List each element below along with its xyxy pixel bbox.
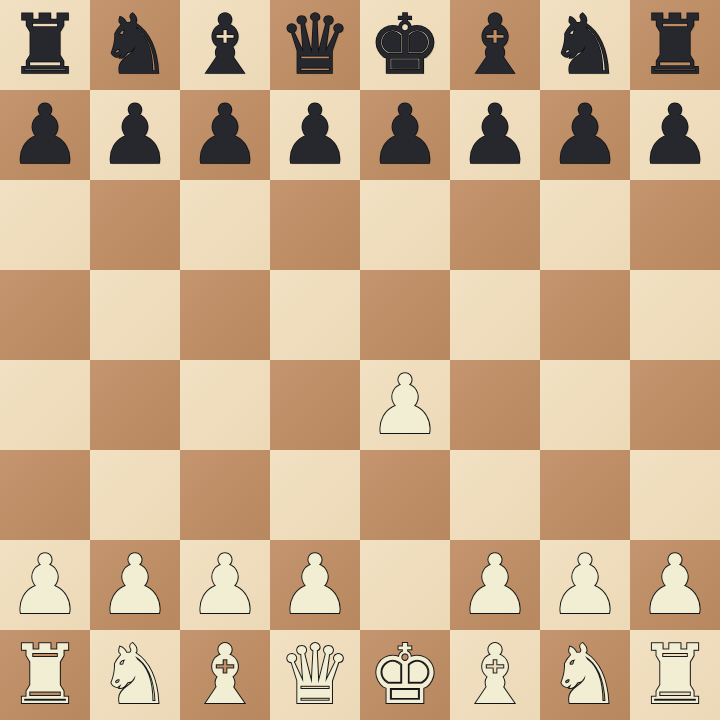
piece-white-pawn[interactable]: ♟ — [548, 540, 622, 630]
square-e1[interactable]: ♚ — [360, 630, 450, 720]
square-b6[interactable] — [90, 180, 180, 270]
square-h8[interactable]: ♜ — [630, 0, 720, 90]
piece-black-bishop[interactable]: ♝ — [188, 0, 262, 90]
square-f2[interactable]: ♟ — [450, 540, 540, 630]
square-e8[interactable]: ♚ — [360, 0, 450, 90]
square-f1[interactable]: ♝ — [450, 630, 540, 720]
piece-black-knight[interactable]: ♞ — [98, 0, 172, 90]
square-f7[interactable]: ♟ — [450, 90, 540, 180]
piece-black-pawn[interactable]: ♟ — [368, 90, 442, 180]
square-a7[interactable]: ♟ — [0, 90, 90, 180]
piece-white-pawn[interactable]: ♟ — [8, 540, 82, 630]
piece-white-knight[interactable]: ♞ — [548, 630, 622, 720]
square-g8[interactable]: ♞ — [540, 0, 630, 90]
piece-white-pawn[interactable]: ♟ — [638, 540, 712, 630]
piece-white-bishop[interactable]: ♝ — [458, 630, 532, 720]
square-d6[interactable] — [270, 180, 360, 270]
square-g7[interactable]: ♟ — [540, 90, 630, 180]
square-b2[interactable]: ♟ — [90, 540, 180, 630]
piece-white-rook[interactable]: ♜ — [8, 630, 82, 720]
square-a2[interactable]: ♟ — [0, 540, 90, 630]
piece-black-pawn[interactable]: ♟ — [638, 90, 712, 180]
square-e4[interactable]: ♟ — [360, 360, 450, 450]
square-d3[interactable] — [270, 450, 360, 540]
square-e7[interactable]: ♟ — [360, 90, 450, 180]
square-b8[interactable]: ♞ — [90, 0, 180, 90]
square-g4[interactable] — [540, 360, 630, 450]
square-e2[interactable] — [360, 540, 450, 630]
square-d1[interactable]: ♛ — [270, 630, 360, 720]
square-h4[interactable] — [630, 360, 720, 450]
square-b3[interactable] — [90, 450, 180, 540]
piece-white-pawn[interactable]: ♟ — [98, 540, 172, 630]
square-h7[interactable]: ♟ — [630, 90, 720, 180]
piece-black-knight[interactable]: ♞ — [548, 0, 622, 90]
square-b7[interactable]: ♟ — [90, 90, 180, 180]
piece-black-queen[interactable]: ♛ — [278, 0, 352, 90]
square-g6[interactable] — [540, 180, 630, 270]
piece-white-pawn[interactable]: ♟ — [278, 540, 352, 630]
square-a4[interactable] — [0, 360, 90, 450]
piece-white-pawn[interactable]: ♟ — [188, 540, 262, 630]
square-f3[interactable] — [450, 450, 540, 540]
square-d4[interactable] — [270, 360, 360, 450]
square-c5[interactable] — [180, 270, 270, 360]
square-e3[interactable] — [360, 450, 450, 540]
square-a5[interactable] — [0, 270, 90, 360]
piece-black-king[interactable]: ♚ — [368, 0, 442, 90]
piece-black-pawn[interactable]: ♟ — [278, 90, 352, 180]
square-f5[interactable] — [450, 270, 540, 360]
square-h3[interactable] — [630, 450, 720, 540]
piece-white-bishop[interactable]: ♝ — [188, 630, 262, 720]
square-c3[interactable] — [180, 450, 270, 540]
square-h5[interactable] — [630, 270, 720, 360]
square-b4[interactable] — [90, 360, 180, 450]
square-h2[interactable]: ♟ — [630, 540, 720, 630]
square-g2[interactable]: ♟ — [540, 540, 630, 630]
piece-white-pawn[interactable]: ♟ — [458, 540, 532, 630]
piece-white-knight[interactable]: ♞ — [98, 630, 172, 720]
piece-black-bishop[interactable]: ♝ — [458, 0, 532, 90]
square-e5[interactable] — [360, 270, 450, 360]
square-f8[interactable]: ♝ — [450, 0, 540, 90]
square-d7[interactable]: ♟ — [270, 90, 360, 180]
square-g5[interactable] — [540, 270, 630, 360]
square-b1[interactable]: ♞ — [90, 630, 180, 720]
piece-black-pawn[interactable]: ♟ — [8, 90, 82, 180]
piece-black-rook[interactable]: ♜ — [638, 0, 712, 90]
square-c6[interactable] — [180, 180, 270, 270]
piece-white-king[interactable]: ♚ — [368, 630, 442, 720]
piece-white-pawn[interactable]: ♟ — [368, 360, 442, 450]
piece-white-rook[interactable]: ♜ — [638, 630, 712, 720]
piece-black-rook[interactable]: ♜ — [8, 0, 82, 90]
square-d5[interactable] — [270, 270, 360, 360]
chess-board: ♜♞♝♛♚♝♞♜♟♟♟♟♟♟♟♟♟♟♟♟♟♟♟♟♜♞♝♛♚♝♞♜ — [0, 0, 720, 720]
square-h6[interactable] — [630, 180, 720, 270]
square-d8[interactable]: ♛ — [270, 0, 360, 90]
square-g3[interactable] — [540, 450, 630, 540]
square-e6[interactable] — [360, 180, 450, 270]
square-a3[interactable] — [0, 450, 90, 540]
square-c7[interactable]: ♟ — [180, 90, 270, 180]
square-d2[interactable]: ♟ — [270, 540, 360, 630]
square-c1[interactable]: ♝ — [180, 630, 270, 720]
piece-black-pawn[interactable]: ♟ — [98, 90, 172, 180]
square-g1[interactable]: ♞ — [540, 630, 630, 720]
square-h1[interactable]: ♜ — [630, 630, 720, 720]
square-f6[interactable] — [450, 180, 540, 270]
square-a6[interactable] — [0, 180, 90, 270]
piece-white-queen[interactable]: ♛ — [278, 630, 352, 720]
square-b5[interactable] — [90, 270, 180, 360]
square-a1[interactable]: ♜ — [0, 630, 90, 720]
piece-black-pawn[interactable]: ♟ — [548, 90, 622, 180]
square-f4[interactable] — [450, 360, 540, 450]
square-c2[interactable]: ♟ — [180, 540, 270, 630]
square-c8[interactable]: ♝ — [180, 0, 270, 90]
square-c4[interactable] — [180, 360, 270, 450]
square-a8[interactable]: ♜ — [0, 0, 90, 90]
piece-black-pawn[interactable]: ♟ — [458, 90, 532, 180]
piece-black-pawn[interactable]: ♟ — [188, 90, 262, 180]
